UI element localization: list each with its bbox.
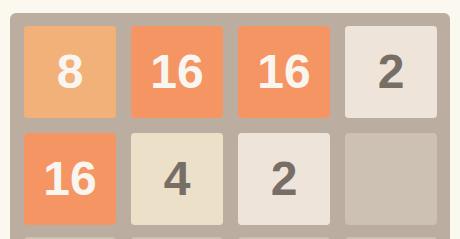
empty-cell [131,237,223,239]
tile-16: 16 [24,133,116,225]
tile-2: 2 [345,26,437,118]
tile-4: 4 [131,133,223,225]
empty-cell [238,237,330,239]
tile-2: 2 [238,133,330,225]
tile-8: 8 [24,26,116,118]
empty-cell [24,237,116,239]
page-background: 8161621642 [0,0,460,239]
tile-16: 16 [238,26,330,118]
board-2048[interactable]: 8161621642 [10,13,450,239]
tile-16: 16 [131,26,223,118]
empty-cell [345,237,437,239]
empty-cell [345,133,437,225]
